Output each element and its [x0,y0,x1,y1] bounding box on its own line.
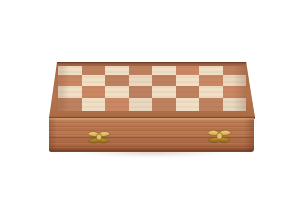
board-square-dark [199,75,223,86]
board-square-light [223,75,247,86]
board-square-dark [82,86,106,98]
board-square-dark [223,66,247,75]
board-square-light [199,86,223,98]
board-square-dark [82,66,106,75]
board-square-light [223,98,247,111]
brass-clasp-left-icon [86,128,112,146]
board-square-dark [176,86,200,98]
board-square-dark [129,66,153,75]
board-square-light [129,98,153,111]
board-square-light [176,75,200,86]
product-photo-stage [0,0,300,212]
board-square-light [82,98,106,111]
board-square-light [152,86,176,98]
board-square-dark [129,86,153,98]
board-square-dark [105,98,129,111]
board-square-light [105,66,129,75]
board-square-dark [176,66,200,75]
board-square-light [58,66,82,75]
board-square-light [82,75,106,86]
board-square-dark [152,75,176,86]
board-square-dark [152,98,176,111]
board-square-dark [58,75,82,86]
board-square-light [129,75,153,86]
brass-clasp-right-icon [205,127,234,145]
chess-box-lid-top [49,62,255,118]
board-square-dark [58,98,82,111]
board-square-dark [199,98,223,111]
board-square-dark [223,86,247,98]
board-square-dark [105,75,129,86]
board-square-light [199,66,223,75]
chessboard-top [58,66,246,111]
board-square-light [105,86,129,98]
board-square-light [152,66,176,75]
board-square-light [58,86,82,98]
board-square-light [176,98,200,111]
